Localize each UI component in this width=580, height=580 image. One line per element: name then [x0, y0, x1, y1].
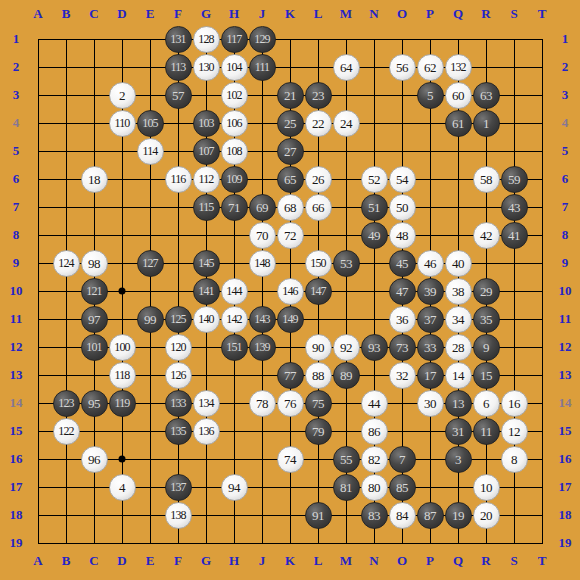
black-stone-j11-move-143: 143	[249, 306, 276, 333]
black-stone-j12-move-139: 139	[249, 334, 276, 361]
white-stone-f12-move-120: 120	[165, 334, 192, 361]
white-stone-o2-move-56: 56	[389, 54, 416, 81]
black-stone-q16-move-3: 3	[445, 446, 472, 473]
white-stone-c6-move-18: 18	[81, 166, 108, 193]
white-stone-o7-move-50: 50	[389, 194, 416, 221]
row-label-right-5: 5	[562, 143, 569, 159]
white-stone-k8-move-72: 72	[277, 222, 304, 249]
row-label-left-14: 14	[10, 395, 23, 411]
black-stone-r12-move-9: 9	[473, 334, 500, 361]
row-label-left-16: 16	[10, 451, 23, 467]
white-stone-d12-move-100: 100	[109, 334, 136, 361]
col-label-top-A: A	[33, 6, 42, 22]
black-stone-g10-move-141: 141	[193, 278, 220, 305]
col-label-top-O: O	[397, 6, 407, 22]
white-stone-d17-move-4: 4	[109, 474, 136, 501]
white-stone-d13-move-118: 118	[109, 362, 136, 389]
white-stone-q13-move-14: 14	[445, 362, 472, 389]
row-label-right-13: 13	[559, 367, 572, 383]
row-label-left-3: 3	[13, 87, 20, 103]
row-label-right-4: 4	[562, 115, 569, 131]
col-label-top-R: R	[481, 6, 490, 22]
white-stone-k10-move-146: 146	[277, 278, 304, 305]
row-label-left-2: 2	[13, 59, 20, 75]
white-stone-n6-move-52: 52	[361, 166, 388, 193]
row-label-left-5: 5	[13, 143, 20, 159]
white-stone-h11-move-142: 142	[221, 306, 248, 333]
row-label-left-13: 13	[10, 367, 23, 383]
white-stone-h4-move-106: 106	[221, 110, 248, 137]
col-label-top-K: K	[285, 6, 295, 22]
col-label-top-J: J	[259, 6, 266, 22]
white-stone-l9-move-150: 150	[305, 250, 332, 277]
white-stone-p14-move-30: 30	[417, 390, 444, 417]
black-stone-e11-move-99: 99	[137, 306, 164, 333]
white-stone-o11-move-36: 36	[389, 306, 416, 333]
row-label-left-4: 4	[13, 115, 20, 131]
white-stone-l7-move-66: 66	[305, 194, 332, 221]
row-label-right-17: 17	[559, 479, 572, 495]
black-stone-p10-move-39: 39	[417, 278, 444, 305]
black-stone-m13-move-89: 89	[333, 362, 360, 389]
black-stone-c11-move-97: 97	[81, 306, 108, 333]
white-stone-l6-move-26: 26	[305, 166, 332, 193]
stones-layer: 1234567891011121314151617181920212223242…	[24, 25, 556, 557]
black-stone-f14-move-133: 133	[165, 390, 192, 417]
black-stone-l14-move-75: 75	[305, 390, 332, 417]
black-stone-n18-move-83: 83	[361, 502, 388, 529]
black-stone-e9-move-127: 127	[137, 250, 164, 277]
row-label-right-16: 16	[559, 451, 572, 467]
black-stone-p12-move-33: 33	[417, 334, 444, 361]
black-stone-o12-move-73: 73	[389, 334, 416, 361]
black-stone-l15-move-79: 79	[305, 418, 332, 445]
white-stone-q11-move-34: 34	[445, 306, 472, 333]
black-stone-k5-move-27: 27	[277, 138, 304, 165]
white-stone-q10-move-38: 38	[445, 278, 472, 305]
white-stone-q9-move-40: 40	[445, 250, 472, 277]
col-label-top-P: P	[426, 6, 434, 22]
white-stone-q3-move-60: 60	[445, 82, 472, 109]
col-label-top-B: B	[62, 6, 71, 22]
col-label-top-N: N	[369, 6, 378, 22]
black-stone-r13-move-15: 15	[473, 362, 500, 389]
white-stone-o8-move-48: 48	[389, 222, 416, 249]
white-stone-c16-move-96: 96	[81, 446, 108, 473]
black-stone-r3-move-63: 63	[473, 82, 500, 109]
white-stone-p2-move-62: 62	[417, 54, 444, 81]
black-stone-h12-move-151: 151	[221, 334, 248, 361]
col-label-top-M: M	[340, 6, 352, 22]
black-stone-l10-move-147: 147	[305, 278, 332, 305]
white-stone-o13-move-32: 32	[389, 362, 416, 389]
black-stone-g9-move-145: 145	[193, 250, 220, 277]
row-label-right-3: 3	[562, 87, 569, 103]
row-label-right-19: 19	[559, 535, 572, 551]
white-stone-o18-move-84: 84	[389, 502, 416, 529]
white-stone-g11-move-140: 140	[193, 306, 220, 333]
row-label-left-19: 19	[10, 535, 23, 551]
black-stone-h6-move-109: 109	[221, 166, 248, 193]
row-label-left-1: 1	[13, 31, 20, 47]
white-stone-m12-move-92: 92	[333, 334, 360, 361]
white-stone-g1-move-128: 128	[193, 26, 220, 53]
col-label-top-C: C	[89, 6, 98, 22]
black-stone-q18-move-19: 19	[445, 502, 472, 529]
white-stone-r17-move-10: 10	[473, 474, 500, 501]
white-stone-l12-move-90: 90	[305, 334, 332, 361]
row-label-right-9: 9	[562, 255, 569, 271]
white-stone-q12-move-28: 28	[445, 334, 472, 361]
row-label-right-12: 12	[559, 339, 572, 355]
black-stone-j1-move-129: 129	[249, 26, 276, 53]
white-stone-j9-move-148: 148	[249, 250, 276, 277]
black-stone-k6-move-65: 65	[277, 166, 304, 193]
black-stone-p3-move-5: 5	[417, 82, 444, 109]
col-label-top-T: T	[538, 6, 547, 22]
white-stone-r6-move-58: 58	[473, 166, 500, 193]
black-stone-k11-move-149: 149	[277, 306, 304, 333]
black-stone-c10-move-121: 121	[81, 278, 108, 305]
white-stone-s14-move-16: 16	[501, 390, 528, 417]
row-label-right-15: 15	[559, 423, 572, 439]
row-label-right-1: 1	[562, 31, 569, 47]
white-stone-f6-move-116: 116	[165, 166, 192, 193]
black-stone-k4-move-25: 25	[277, 110, 304, 137]
black-stone-n8-move-49: 49	[361, 222, 388, 249]
row-label-right-2: 2	[562, 59, 569, 75]
white-stone-b9-move-124: 124	[53, 250, 80, 277]
white-stone-d3-move-2: 2	[109, 82, 136, 109]
white-stone-m2-move-64: 64	[333, 54, 360, 81]
black-stone-m17-move-81: 81	[333, 474, 360, 501]
black-stone-m9-move-53: 53	[333, 250, 360, 277]
col-label-top-F: F	[174, 6, 182, 22]
row-label-left-8: 8	[13, 227, 20, 243]
black-stone-p18-move-87: 87	[417, 502, 444, 529]
white-stone-b15-move-122: 122	[53, 418, 80, 445]
col-label-top-S: S	[510, 6, 517, 22]
row-label-right-6: 6	[562, 171, 569, 187]
black-stone-k3-move-21: 21	[277, 82, 304, 109]
white-stone-h10-move-144: 144	[221, 278, 248, 305]
black-stone-q15-move-31: 31	[445, 418, 472, 445]
white-stone-l13-move-88: 88	[305, 362, 332, 389]
black-stone-h1-move-117: 117	[221, 26, 248, 53]
white-stone-g2-move-130: 130	[193, 54, 220, 81]
white-stone-o6-move-54: 54	[389, 166, 416, 193]
white-stone-d4-move-110: 110	[109, 110, 136, 137]
white-stone-s15-move-12: 12	[501, 418, 528, 445]
white-stone-l4-move-22: 22	[305, 110, 332, 137]
row-label-right-18: 18	[559, 507, 572, 523]
white-stone-k7-move-68: 68	[277, 194, 304, 221]
black-stone-d14-move-119: 119	[109, 390, 136, 417]
black-stone-k13-move-77: 77	[277, 362, 304, 389]
black-stone-c14-move-95: 95	[81, 390, 108, 417]
white-stone-k16-move-74: 74	[277, 446, 304, 473]
col-label-top-H: H	[229, 6, 239, 22]
black-stone-j7-move-69: 69	[249, 194, 276, 221]
black-stone-g5-move-107: 107	[193, 138, 220, 165]
black-stone-n12-move-93: 93	[361, 334, 388, 361]
black-stone-g7-move-115: 115	[193, 194, 220, 221]
black-stone-s7-move-43: 43	[501, 194, 528, 221]
row-label-left-12: 12	[10, 339, 23, 355]
black-stone-p11-move-37: 37	[417, 306, 444, 333]
black-stone-f17-move-137: 137	[165, 474, 192, 501]
black-stone-f3-move-57: 57	[165, 82, 192, 109]
row-label-left-10: 10	[10, 283, 23, 299]
white-stone-h2-move-104: 104	[221, 54, 248, 81]
white-stone-g15-move-136: 136	[193, 418, 220, 445]
white-stone-s16-move-8: 8	[501, 446, 528, 473]
black-stone-h7-move-71: 71	[221, 194, 248, 221]
white-stone-k14-move-76: 76	[277, 390, 304, 417]
white-stone-h17-move-94: 94	[221, 474, 248, 501]
black-stone-o10-move-47: 47	[389, 278, 416, 305]
row-label-right-7: 7	[562, 199, 569, 215]
white-stone-j14-move-78: 78	[249, 390, 276, 417]
black-stone-m16-move-55: 55	[333, 446, 360, 473]
row-label-left-17: 17	[10, 479, 23, 495]
white-stone-n15-move-86: 86	[361, 418, 388, 445]
row-label-left-15: 15	[10, 423, 23, 439]
row-label-left-11: 11	[10, 311, 22, 327]
black-stone-o17-move-85: 85	[389, 474, 416, 501]
white-stone-n14-move-44: 44	[361, 390, 388, 417]
row-label-left-18: 18	[10, 507, 23, 523]
col-label-top-G: G	[201, 6, 211, 22]
col-label-top-L: L	[314, 6, 323, 22]
black-stone-l3-move-23: 23	[305, 82, 332, 109]
white-stone-q2-move-132: 132	[445, 54, 472, 81]
black-stone-q4-move-61: 61	[445, 110, 472, 137]
black-stone-r11-move-35: 35	[473, 306, 500, 333]
white-stone-h3-move-102: 102	[221, 82, 248, 109]
white-stone-h5-move-108: 108	[221, 138, 248, 165]
black-stone-p13-move-17: 17	[417, 362, 444, 389]
white-stone-f13-move-126: 126	[165, 362, 192, 389]
row-label-left-7: 7	[13, 199, 20, 215]
black-stone-b14-move-123: 123	[53, 390, 80, 417]
white-stone-e5-move-114: 114	[137, 138, 164, 165]
black-stone-r10-move-29: 29	[473, 278, 500, 305]
black-stone-e4-move-105: 105	[137, 110, 164, 137]
black-stone-s8-move-41: 41	[501, 222, 528, 249]
black-stone-c12-move-101: 101	[81, 334, 108, 361]
white-stone-r8-move-42: 42	[473, 222, 500, 249]
row-label-right-8: 8	[562, 227, 569, 243]
go-board[interactable]: AABBCCDDEEFFGGHHJJKKLLMMNNOOPPQQRRSSTT11…	[0, 0, 580, 580]
white-stone-p9-move-46: 46	[417, 250, 444, 277]
black-stone-f2-move-113: 113	[165, 54, 192, 81]
white-stone-f18-move-138: 138	[165, 502, 192, 529]
white-stone-c9-move-98: 98	[81, 250, 108, 277]
white-stone-g14-move-134: 134	[193, 390, 220, 417]
white-stone-r14-move-6: 6	[473, 390, 500, 417]
black-stone-o16-move-7: 7	[389, 446, 416, 473]
black-stone-s6-move-59: 59	[501, 166, 528, 193]
row-label-right-10: 10	[559, 283, 572, 299]
col-label-top-Q: Q	[453, 6, 463, 22]
white-stone-n16-move-82: 82	[361, 446, 388, 473]
black-stone-q14-move-13: 13	[445, 390, 472, 417]
black-stone-r15-move-11: 11	[473, 418, 500, 445]
black-stone-f11-move-125: 125	[165, 306, 192, 333]
white-stone-m4-move-24: 24	[333, 110, 360, 137]
black-stone-l18-move-91: 91	[305, 502, 332, 529]
black-stone-f15-move-135: 135	[165, 418, 192, 445]
black-stone-o9-move-45: 45	[389, 250, 416, 277]
row-label-right-11: 11	[559, 311, 571, 327]
col-label-top-D: D	[117, 6, 126, 22]
black-stone-n7-move-51: 51	[361, 194, 388, 221]
black-stone-j2-move-111: 111	[249, 54, 276, 81]
col-label-top-E: E	[146, 6, 155, 22]
row-label-left-9: 9	[13, 255, 20, 271]
white-stone-j8-move-70: 70	[249, 222, 276, 249]
black-stone-g4-move-103: 103	[193, 110, 220, 137]
white-stone-r18-move-20: 20	[473, 502, 500, 529]
row-label-left-6: 6	[13, 171, 20, 187]
white-stone-n17-move-80: 80	[361, 474, 388, 501]
white-stone-g6-move-112: 112	[193, 166, 220, 193]
black-stone-f1-move-131: 131	[165, 26, 192, 53]
row-label-right-14: 14	[559, 395, 572, 411]
black-stone-r4-move-1: 1	[473, 110, 500, 137]
